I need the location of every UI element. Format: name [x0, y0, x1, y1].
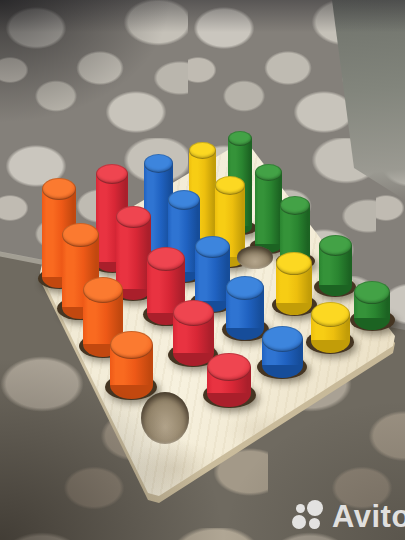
- peg-body: [255, 172, 282, 244]
- peg-top-face: [195, 236, 230, 258]
- avito-logo-icon: [289, 499, 329, 535]
- peg-top-face: [96, 164, 128, 184]
- avito-watermark-text: Avito: [332, 499, 405, 535]
- photo-scene: Avito: [0, 0, 405, 540]
- peg-top-face: [319, 235, 352, 256]
- peg-top-face: [144, 154, 173, 173]
- avito-logo-dot: [307, 500, 323, 516]
- peg-red-h1: [207, 353, 251, 407]
- peg-top-face: [62, 223, 99, 247]
- peg-top-face: [255, 164, 282, 181]
- avito-logo-dot: [296, 504, 305, 513]
- peg-yellow-h2: [276, 252, 312, 315]
- peg-top-face: [311, 302, 350, 327]
- peg-top-face: [116, 206, 151, 228]
- empty-hole: [237, 246, 273, 269]
- peg-green-h2: [319, 235, 352, 296]
- peg-top-face: [147, 247, 185, 271]
- peg-top-face: [276, 252, 312, 275]
- peg-top-face: [280, 196, 310, 215]
- peg-top-face: [189, 142, 216, 159]
- avito-watermark: Avito: [289, 497, 405, 537]
- peg-top-face: [42, 178, 76, 200]
- avito-logo-dot: [309, 518, 320, 529]
- peg-green-h1: [354, 281, 390, 330]
- peg-yellow-h1: [311, 302, 350, 353]
- peg-top-face: [110, 331, 153, 359]
- peg-top-face: [262, 326, 303, 352]
- peg-green-h4: [255, 164, 282, 253]
- peg-top-face: [207, 353, 251, 381]
- empty-hole: [141, 392, 189, 444]
- peg-top-face: [226, 276, 264, 300]
- peg-top-face: [168, 190, 200, 210]
- peg-blue-h2: [226, 276, 264, 340]
- peg-top-face: [354, 281, 390, 304]
- peg-orange-h2: [110, 331, 153, 399]
- peg-top-face: [228, 131, 252, 146]
- avito-logo-dot: [292, 515, 306, 529]
- peg-top-face: [215, 176, 245, 195]
- peg-top-face: [173, 300, 214, 326]
- peg-blue-h1: [262, 326, 303, 378]
- peg-top-face: [83, 277, 123, 303]
